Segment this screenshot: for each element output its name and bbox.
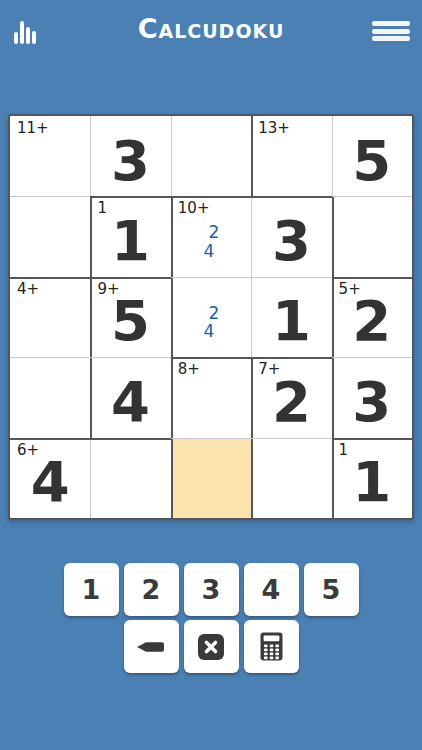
cell-r3c0[interactable] <box>10 357 90 437</box>
cell-r3c4[interactable]: 3 <box>332 357 412 437</box>
cell-value: 5 <box>111 293 150 349</box>
cell-r4c4[interactable]: 11 <box>332 438 412 518</box>
cell-r1c2[interactable]: 10+24 <box>171 196 251 276</box>
cell-value: 5 <box>352 133 391 189</box>
cell-r2c4[interactable]: 5+2 <box>332 277 412 357</box>
hamburger-menu-icon[interactable] <box>372 21 410 44</box>
cell-r2c3[interactable]: 1 <box>251 277 331 357</box>
cell-r1c3[interactable]: 3 <box>251 196 331 276</box>
cell-r3c2[interactable]: 8+ <box>171 357 251 437</box>
pencil-icon <box>136 641 166 653</box>
cell-value: 4 <box>111 374 150 430</box>
cell-value: 3 <box>111 133 150 189</box>
erase-button[interactable] <box>184 620 239 673</box>
cage-target-label: 6+ <box>17 442 39 459</box>
cage-target-label: 4+ <box>17 281 39 298</box>
cage-target-label: 1 <box>339 442 349 459</box>
cell-r3c1[interactable]: 4 <box>90 357 170 437</box>
pencil-marks: 24 <box>206 304 217 341</box>
cage-target-label: 5+ <box>339 281 361 298</box>
cell-value: 3 <box>272 213 311 269</box>
key-5[interactable]: 5 <box>304 563 359 616</box>
cell-r0c1[interactable]: 3 <box>90 116 170 196</box>
cell-r0c0[interactable]: 11+ <box>10 116 90 196</box>
cell-r3c3[interactable]: 7+2 <box>251 357 331 437</box>
calculator-button[interactable] <box>244 620 299 673</box>
cell-r2c0[interactable]: 4+ <box>10 277 90 357</box>
cell-value: 3 <box>352 374 391 430</box>
cell-r0c3[interactable]: 13+ <box>251 116 331 196</box>
digit-keys: 12345 <box>0 563 422 616</box>
key-4[interactable]: 4 <box>244 563 299 616</box>
key-2[interactable]: 2 <box>124 563 179 616</box>
cell-r1c1[interactable]: 11 <box>90 196 170 276</box>
cell-r4c3[interactable] <box>251 438 331 518</box>
cell-value: 2 <box>352 293 391 349</box>
erase-x-icon <box>198 634 224 660</box>
cage-target-label: 8+ <box>178 361 200 378</box>
cage-target-label: 9+ <box>97 281 119 298</box>
calculator-icon <box>260 632 283 661</box>
cell-r4c2[interactable] <box>171 438 251 518</box>
cell-value: 1 <box>272 293 311 349</box>
cage-target-label: 10+ <box>178 200 210 217</box>
cage-target-label: 1 <box>97 200 107 217</box>
cage-target-label: 13+ <box>258 120 290 137</box>
action-keys <box>0 620 422 673</box>
cell-value: 2 <box>272 374 311 430</box>
pencil-button[interactable] <box>124 620 179 673</box>
cell-value: 4 <box>31 454 70 510</box>
cage-target-label: 7+ <box>258 361 280 378</box>
cell-r0c2[interactable] <box>171 116 251 196</box>
pencil-marks: 24 <box>206 223 217 260</box>
cell-r2c2[interactable]: 24 <box>171 277 251 357</box>
cell-r1c4[interactable] <box>332 196 412 276</box>
cage-target-label: 11+ <box>17 120 49 137</box>
header: Calcudoku <box>0 0 422 56</box>
cell-r2c1[interactable]: 9+5 <box>90 277 170 357</box>
cell-r4c0[interactable]: 6+4 <box>10 438 90 518</box>
cell-r0c4[interactable]: 5 <box>332 116 412 196</box>
cell-r4c1[interactable] <box>90 438 170 518</box>
cell-r1c0[interactable] <box>10 196 90 276</box>
cell-value: 1 <box>111 213 150 269</box>
key-1[interactable]: 1 <box>64 563 119 616</box>
cell-value: 1 <box>352 454 391 510</box>
board: 11+313+51110+2434+9+52415+248+7+236+411 <box>8 114 414 520</box>
page-title: Calcudoku <box>0 13 422 44</box>
key-3[interactable]: 3 <box>184 563 239 616</box>
